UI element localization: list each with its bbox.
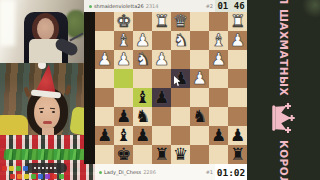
clock-bottom: 01:02 [215, 164, 247, 180]
white-bishop[interactable]: ♝ [116, 31, 131, 50]
board-square[interactable]: ♝ [114, 31, 133, 50]
chess-board[interactable]: ♚♜♛♜♝♟♞♝♟♟♟♞♟♟♟♟♝♟♟♞♞♟♝♟♟♟♚♜♛♜ [95, 12, 247, 164]
crown-icon [272, 103, 296, 133]
board-square[interactable] [114, 69, 133, 88]
board-square[interactable] [228, 107, 247, 126]
white-bishop[interactable]: ♝ [211, 31, 226, 50]
green-graffiti-overlay [3, 149, 91, 160]
white-pawn[interactable]: ♟ [211, 50, 226, 69]
board-square[interactable] [190, 145, 209, 164]
banner-title-part1: БАЛ ШАХМАТНЫХ [278, 0, 290, 96]
white-pawn[interactable]: ♟ [154, 50, 169, 69]
eye [52, 111, 55, 113]
board-square[interactable]: ♞ [133, 107, 152, 126]
board-square[interactable]: ♜ [152, 145, 171, 164]
board-square[interactable] [171, 88, 190, 107]
rainbow-text-bottom [10, 174, 64, 179]
board-square[interactable]: ♟ [209, 50, 228, 69]
black-pawn[interactable]: ♟ [211, 126, 226, 145]
black-bishop[interactable]: ♝ [135, 88, 150, 107]
board-square[interactable] [152, 107, 171, 126]
board-square[interactable]: ♝ [114, 126, 133, 145]
banner-title-part2: КОРОЛЕВ [278, 140, 290, 180]
board-square[interactable] [171, 50, 190, 69]
board-square[interactable] [228, 69, 247, 88]
board-square[interactable] [95, 145, 114, 164]
board-square[interactable]: ♛ [171, 12, 190, 31]
board-square[interactable] [190, 50, 209, 69]
white-queen[interactable]: ♛ [173, 12, 188, 31]
player-bar-bottom: Lady_Di_Chess 2286 #1 01:02 [95, 164, 247, 180]
black-rook[interactable]: ♜ [154, 145, 169, 164]
player-bottom-rating: 2286 [143, 169, 156, 175]
board-square[interactable] [228, 88, 247, 107]
white-knight[interactable]: ♞ [173, 31, 188, 50]
white-pawn[interactable]: ♟ [116, 50, 131, 69]
board-square[interactable]: ♜ [152, 12, 171, 31]
event-banner: БАЛ ШАХМАТНЫХ КОРОЛЕВ [247, 0, 320, 180]
board-square[interactable]: ♟ [152, 50, 171, 69]
player-top-name[interactable]: shmaidenvioletta26 [94, 3, 144, 9]
black-queen[interactable]: ♛ [173, 145, 188, 164]
board-square[interactable] [209, 69, 228, 88]
board-square[interactable] [209, 12, 228, 31]
black-rook[interactable]: ♜ [230, 145, 245, 164]
board-square[interactable]: ♟ [171, 69, 190, 88]
white-knight[interactable]: ♞ [135, 50, 150, 69]
board-square[interactable] [133, 69, 152, 88]
player-top-rating: 2314 [146, 3, 159, 9]
board-square[interactable] [209, 107, 228, 126]
board-square[interactable] [95, 69, 114, 88]
board-square[interactable] [152, 126, 171, 145]
board-square[interactable] [95, 12, 114, 31]
board-square[interactable]: ♟ [228, 31, 247, 50]
board-square[interactable]: ♝ [209, 31, 228, 50]
board-square[interactable] [133, 145, 152, 164]
board-square[interactable]: ♛ [171, 145, 190, 164]
board-square[interactable]: ♚ [114, 12, 133, 31]
white-pawn[interactable]: ♟ [230, 31, 245, 50]
board-square[interactable] [152, 31, 171, 50]
board-square[interactable]: ♟ [209, 126, 228, 145]
board-square[interactable]: ♟ [95, 50, 114, 69]
board-square[interactable] [95, 88, 114, 107]
player-bottom-badge: #1 [206, 169, 213, 175]
black-pawn[interactable]: ♟ [230, 126, 245, 145]
board-square[interactable] [190, 12, 209, 31]
board-square[interactable] [228, 50, 247, 69]
lips [43, 121, 52, 124]
board-square[interactable]: ♚ [114, 145, 133, 164]
black-pawn[interactable]: ♟ [154, 88, 169, 107]
caption-pill-text [34, 167, 58, 169]
board-square[interactable] [133, 12, 152, 31]
player-top-badge: #2 [206, 3, 213, 9]
board-square[interactable] [190, 88, 209, 107]
black-pawn[interactable]: ♟ [97, 126, 112, 145]
board-square[interactable]: ♟ [95, 126, 114, 145]
board-square[interactable]: ♞ [190, 107, 209, 126]
board-square[interactable]: ♝ [133, 88, 152, 107]
board-square[interactable]: ♟ [228, 126, 247, 145]
caption-pill [25, 163, 67, 173]
board-square[interactable]: ♟ [152, 88, 171, 107]
board-square[interactable]: ♟ [133, 31, 152, 50]
board-square[interactable]: ♟ [114, 50, 133, 69]
black-pawn[interactable]: ♟ [135, 126, 150, 145]
board-square[interactable]: ♜ [228, 12, 247, 31]
eye [40, 111, 43, 113]
board-square[interactable]: ♞ [133, 50, 152, 69]
board-square[interactable] [190, 31, 209, 50]
board-square[interactable] [209, 145, 228, 164]
black-knight[interactable]: ♞ [135, 107, 150, 126]
board-square[interactable]: ♞ [171, 31, 190, 50]
board-square[interactable] [171, 107, 190, 126]
player-bottom-name[interactable]: Lady_Di_Chess [104, 169, 141, 175]
white-pawn[interactable]: ♟ [135, 31, 150, 50]
board-square[interactable]: ♟ [190, 69, 209, 88]
black-king[interactable]: ♚ [116, 145, 131, 164]
webcam-bottom [0, 63, 95, 180]
board-square[interactable]: ♟ [133, 126, 152, 145]
white-pawn[interactable]: ♟ [97, 50, 112, 69]
board-square[interactable]: ♟ [114, 107, 133, 126]
board-square[interactable] [209, 88, 228, 107]
window-light [0, 0, 15, 46]
streamer-top-face [37, 18, 54, 40]
board-left-gutter [84, 12, 95, 164]
webcam-top [0, 0, 84, 63]
board-square[interactable] [152, 69, 171, 88]
board-square[interactable] [95, 107, 114, 126]
board-square[interactable]: ♜ [228, 145, 247, 164]
white-rook[interactable]: ♜ [154, 12, 169, 31]
black-pawn[interactable]: ♟ [116, 107, 131, 126]
white-rook[interactable]: ♜ [230, 12, 245, 31]
streamer-bottom-face [34, 95, 60, 130]
white-king[interactable]: ♚ [116, 12, 131, 31]
board-square[interactable] [95, 31, 114, 50]
black-knight[interactable]: ♞ [192, 107, 207, 126]
board-square[interactable] [171, 126, 190, 145]
online-dot [89, 5, 92, 8]
board-square[interactable] [190, 126, 209, 145]
white-pawn[interactable]: ♟ [192, 69, 207, 88]
black-bishop[interactable]: ♝ [116, 126, 131, 145]
rainbow-text-left [2, 166, 28, 171]
online-dot [99, 171, 102, 174]
board-square[interactable] [114, 88, 133, 107]
